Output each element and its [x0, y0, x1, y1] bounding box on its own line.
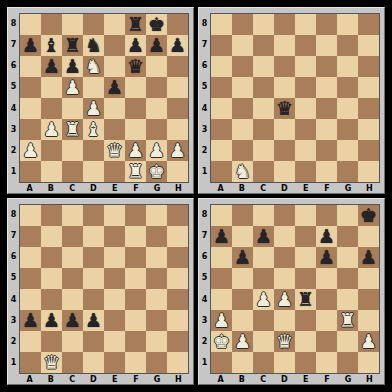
square-b5[interactable]	[41, 268, 62, 289]
square-g8[interactable]: ♚	[146, 14, 167, 35]
square-b6[interactable]	[41, 247, 62, 268]
square-c4[interactable]	[62, 289, 83, 310]
square-b3[interactable]	[232, 119, 253, 140]
square-d5[interactable]	[274, 268, 295, 289]
square-c1[interactable]	[62, 161, 83, 182]
square-a5[interactable]	[211, 268, 232, 289]
square-c5[interactable]	[253, 77, 274, 98]
white-pawn[interactable]: ♟	[358, 331, 379, 352]
square-d2[interactable]: ♛	[274, 331, 295, 352]
square-e7[interactable]	[295, 35, 316, 56]
white-knight[interactable]: ♞	[232, 161, 253, 182]
square-g6[interactable]	[146, 247, 167, 268]
square-a7[interactable]	[211, 35, 232, 56]
square-e6[interactable]	[295, 56, 316, 77]
black-pawn[interactable]: ♟	[20, 35, 41, 56]
square-g6[interactable]	[146, 56, 167, 77]
square-f7[interactable]	[316, 35, 337, 56]
square-a8[interactable]	[211, 14, 232, 35]
square-f4[interactable]	[125, 289, 146, 310]
square-e6[interactable]	[295, 247, 316, 268]
square-f4[interactable]	[316, 98, 337, 119]
square-c2[interactable]	[62, 331, 83, 352]
square-d4[interactable]	[83, 289, 104, 310]
square-b6[interactable]	[232, 56, 253, 77]
square-e5[interactable]: ♟	[104, 77, 125, 98]
white-pawn[interactable]: ♟	[253, 289, 274, 310]
black-pawn[interactable]: ♟	[316, 226, 337, 247]
square-h3[interactable]	[167, 119, 188, 140]
square-b2[interactable]	[232, 140, 253, 161]
square-b7[interactable]	[41, 226, 62, 247]
square-a1[interactable]	[211, 161, 232, 182]
square-f6[interactable]	[125, 247, 146, 268]
square-e6[interactable]	[104, 247, 125, 268]
square-g6[interactable]	[337, 56, 358, 77]
square-d7[interactable]: ♞	[83, 35, 104, 56]
square-g8[interactable]	[337, 14, 358, 35]
square-e4[interactable]	[295, 98, 316, 119]
square-d2[interactable]	[83, 331, 104, 352]
white-pawn[interactable]: ♟	[83, 98, 104, 119]
square-d7[interactable]	[274, 35, 295, 56]
square-g2[interactable]: ♟	[146, 140, 167, 161]
square-b8[interactable]	[41, 14, 62, 35]
square-f7[interactable]	[125, 226, 146, 247]
square-b4[interactable]	[41, 98, 62, 119]
square-f2[interactable]	[316, 331, 337, 352]
square-e1[interactable]	[295, 161, 316, 182]
square-c8[interactable]	[253, 205, 274, 226]
square-b2[interactable]	[41, 140, 62, 161]
square-c3[interactable]: ♟	[62, 310, 83, 331]
square-f6[interactable]	[316, 56, 337, 77]
square-a6[interactable]	[20, 247, 41, 268]
square-a2[interactable]	[211, 140, 232, 161]
black-pawn[interactable]: ♟	[20, 310, 41, 331]
white-rook[interactable]: ♜	[337, 310, 358, 331]
square-c3[interactable]	[253, 310, 274, 331]
black-pawn[interactable]: ♟	[253, 226, 274, 247]
square-f3[interactable]	[125, 119, 146, 140]
square-b7[interactable]: ♝	[41, 35, 62, 56]
square-a8[interactable]	[20, 205, 41, 226]
square-h3[interactable]	[358, 310, 379, 331]
square-a6[interactable]	[211, 247, 232, 268]
square-d8[interactable]	[83, 14, 104, 35]
square-a4[interactable]	[20, 289, 41, 310]
square-b3[interactable]	[232, 310, 253, 331]
square-b1[interactable]: ♛	[41, 352, 62, 373]
black-pawn[interactable]: ♟	[167, 35, 188, 56]
square-g8[interactable]	[146, 205, 167, 226]
square-c7[interactable]: ♜	[62, 35, 83, 56]
square-f2[interactable]: ♟	[125, 140, 146, 161]
square-d1[interactable]	[274, 161, 295, 182]
square-d1[interactable]	[83, 352, 104, 373]
square-h7[interactable]	[167, 226, 188, 247]
square-f2[interactable]	[125, 331, 146, 352]
square-g5[interactable]	[337, 77, 358, 98]
square-c5[interactable]	[62, 268, 83, 289]
white-rook[interactable]: ♜	[62, 119, 83, 140]
square-a4[interactable]	[20, 98, 41, 119]
white-queen[interactable]: ♛	[41, 352, 62, 373]
square-h4[interactable]	[358, 98, 379, 119]
square-e8[interactable]	[295, 205, 316, 226]
square-e7[interactable]	[104, 226, 125, 247]
square-d6[interactable]: ♞	[83, 56, 104, 77]
square-c8[interactable]	[62, 205, 83, 226]
square-c5[interactable]	[253, 268, 274, 289]
square-c7[interactable]	[253, 35, 274, 56]
square-a5[interactable]	[211, 77, 232, 98]
square-c6[interactable]	[253, 247, 274, 268]
square-a6[interactable]	[20, 56, 41, 77]
square-f1[interactable]	[316, 352, 337, 373]
square-e3[interactable]	[295, 310, 316, 331]
black-bishop[interactable]: ♝	[41, 35, 62, 56]
square-h8[interactable]	[167, 205, 188, 226]
square-h4[interactable]	[167, 98, 188, 119]
square-d6[interactable]	[83, 247, 104, 268]
square-h7[interactable]	[358, 226, 379, 247]
square-b1[interactable]	[232, 352, 253, 373]
white-pawn[interactable]: ♟	[20, 140, 41, 161]
square-c5[interactable]: ♟	[62, 77, 83, 98]
square-a4[interactable]	[211, 289, 232, 310]
square-f5[interactable]	[316, 268, 337, 289]
square-g1[interactable]	[146, 352, 167, 373]
square-c8[interactable]	[62, 14, 83, 35]
square-h8[interactable]	[358, 14, 379, 35]
square-b4[interactable]	[232, 98, 253, 119]
square-h5[interactable]	[358, 268, 379, 289]
square-a6[interactable]	[211, 56, 232, 77]
square-g4[interactable]	[337, 98, 358, 119]
white-pawn[interactable]: ♟	[62, 77, 83, 98]
square-b4[interactable]	[232, 289, 253, 310]
square-d8[interactable]	[83, 205, 104, 226]
square-d4[interactable]: ♟	[274, 289, 295, 310]
square-e8[interactable]	[295, 14, 316, 35]
square-b7[interactable]	[232, 226, 253, 247]
white-queen[interactable]: ♛	[104, 140, 125, 161]
white-knight[interactable]: ♞	[83, 56, 104, 77]
square-d8[interactable]	[274, 14, 295, 35]
square-b8[interactable]	[41, 205, 62, 226]
square-g2[interactable]	[146, 331, 167, 352]
square-d3[interactable]	[274, 310, 295, 331]
square-c6[interactable]	[62, 247, 83, 268]
square-e1[interactable]	[104, 161, 125, 182]
square-f7[interactable]: ♟	[316, 226, 337, 247]
square-b8[interactable]	[232, 205, 253, 226]
square-g4[interactable]	[146, 98, 167, 119]
square-f1[interactable]: ♜	[125, 161, 146, 182]
square-c3[interactable]	[253, 119, 274, 140]
white-pawn[interactable]: ♟	[41, 119, 62, 140]
square-e3[interactable]	[104, 119, 125, 140]
square-d2[interactable]	[83, 140, 104, 161]
square-a3[interactable]	[20, 119, 41, 140]
square-a3[interactable]: ♟	[211, 310, 232, 331]
square-d6[interactable]	[274, 247, 295, 268]
square-a5[interactable]	[20, 77, 41, 98]
white-pawn[interactable]: ♟	[232, 331, 253, 352]
square-a3[interactable]	[211, 119, 232, 140]
square-a2[interactable]: ♟	[20, 140, 41, 161]
square-f5[interactable]	[316, 77, 337, 98]
square-d5[interactable]	[83, 268, 104, 289]
square-c4[interactable]	[253, 98, 274, 119]
square-h2[interactable]	[167, 331, 188, 352]
square-g5[interactable]	[337, 268, 358, 289]
white-pawn[interactable]: ♟	[211, 310, 232, 331]
square-c6[interactable]: ♟	[62, 56, 83, 77]
square-g4[interactable]	[146, 289, 167, 310]
black-rook[interactable]: ♜	[62, 35, 83, 56]
square-d1[interactable]	[274, 352, 295, 373]
square-h1[interactable]	[167, 352, 188, 373]
square-h6[interactable]	[358, 56, 379, 77]
square-d5[interactable]	[274, 77, 295, 98]
square-b4[interactable]	[41, 289, 62, 310]
square-c1[interactable]	[253, 161, 274, 182]
square-b6[interactable]: ♟	[41, 56, 62, 77]
square-a4[interactable]	[211, 98, 232, 119]
square-f3[interactable]	[125, 310, 146, 331]
square-h5[interactable]	[167, 268, 188, 289]
square-e4[interactable]	[104, 289, 125, 310]
square-a1[interactable]	[211, 352, 232, 373]
square-b1[interactable]	[41, 161, 62, 182]
square-d3[interactable]: ♟	[83, 310, 104, 331]
square-f4[interactable]	[125, 98, 146, 119]
square-c2[interactable]	[253, 140, 274, 161]
square-h2[interactable]: ♟	[167, 140, 188, 161]
square-c7[interactable]	[62, 226, 83, 247]
black-king[interactable]: ♚	[146, 14, 167, 35]
square-e4[interactable]	[104, 98, 125, 119]
square-c7[interactable]: ♟	[253, 226, 274, 247]
square-a1[interactable]	[20, 161, 41, 182]
square-h1[interactable]	[167, 161, 188, 182]
square-f2[interactable]	[316, 140, 337, 161]
square-d4[interactable]: ♟	[83, 98, 104, 119]
square-f8[interactable]	[316, 205, 337, 226]
square-b5[interactable]	[232, 268, 253, 289]
square-g1[interactable]: ♚	[146, 161, 167, 182]
square-b5[interactable]	[41, 77, 62, 98]
square-g8[interactable]	[337, 205, 358, 226]
black-pawn[interactable]: ♟	[83, 310, 104, 331]
square-g7[interactable]: ♟	[146, 35, 167, 56]
square-a5[interactable]	[20, 268, 41, 289]
square-h5[interactable]	[167, 77, 188, 98]
square-a2[interactable]: ♚	[211, 331, 232, 352]
black-pawn[interactable]: ♟	[232, 247, 253, 268]
square-e1[interactable]	[295, 352, 316, 373]
black-pawn[interactable]: ♟	[358, 247, 379, 268]
black-pawn[interactable]: ♟	[211, 226, 232, 247]
square-c2[interactable]	[253, 331, 274, 352]
square-a1[interactable]	[20, 352, 41, 373]
square-h7[interactable]	[358, 35, 379, 56]
square-g2[interactable]	[337, 331, 358, 352]
black-pawn[interactable]: ♟	[62, 56, 83, 77]
square-e2[interactable]: ♛	[104, 140, 125, 161]
square-d7[interactable]	[83, 226, 104, 247]
square-e4[interactable]: ♜	[295, 289, 316, 310]
black-rook[interactable]: ♜	[125, 14, 146, 35]
white-pawn[interactable]: ♟	[167, 140, 188, 161]
square-f3[interactable]	[316, 119, 337, 140]
square-b8[interactable]	[232, 14, 253, 35]
square-b6[interactable]: ♟	[232, 247, 253, 268]
square-h2[interactable]: ♟	[358, 331, 379, 352]
square-g7[interactable]	[337, 226, 358, 247]
white-king[interactable]: ♚	[211, 331, 232, 352]
square-h6[interactable]: ♟	[358, 247, 379, 268]
square-c4[interactable]: ♟	[253, 289, 274, 310]
square-f6[interactable]: ♟	[316, 247, 337, 268]
square-b5[interactable]	[232, 77, 253, 98]
square-h2[interactable]	[358, 140, 379, 161]
white-bishop[interactable]: ♝	[83, 119, 104, 140]
square-e7[interactable]	[295, 226, 316, 247]
square-b2[interactable]	[41, 331, 62, 352]
square-c8[interactable]	[253, 14, 274, 35]
square-e8[interactable]	[104, 14, 125, 35]
square-b3[interactable]: ♟	[41, 310, 62, 331]
square-e3[interactable]	[104, 310, 125, 331]
square-a7[interactable]: ♟	[20, 35, 41, 56]
square-e1[interactable]	[104, 352, 125, 373]
square-g3[interactable]	[337, 119, 358, 140]
square-d6[interactable]	[274, 56, 295, 77]
square-d3[interactable]	[274, 119, 295, 140]
white-rook[interactable]: ♜	[125, 161, 146, 182]
square-e5[interactable]	[104, 268, 125, 289]
black-knight[interactable]: ♞	[83, 35, 104, 56]
square-h3[interactable]	[167, 310, 188, 331]
square-d8[interactable]	[274, 205, 295, 226]
black-rook[interactable]: ♜	[295, 289, 316, 310]
square-f8[interactable]	[316, 14, 337, 35]
square-b2[interactable]: ♟	[232, 331, 253, 352]
square-g5[interactable]	[146, 77, 167, 98]
square-f5[interactable]	[125, 77, 146, 98]
square-e6[interactable]	[104, 56, 125, 77]
square-e2[interactable]	[104, 331, 125, 352]
square-h8[interactable]: ♚	[358, 205, 379, 226]
square-h6[interactable]	[167, 247, 188, 268]
black-pawn[interactable]: ♟	[41, 310, 62, 331]
square-d2[interactable]	[274, 140, 295, 161]
square-f5[interactable]	[125, 268, 146, 289]
square-a8[interactable]	[211, 205, 232, 226]
square-c4[interactable]	[62, 98, 83, 119]
square-h4[interactable]	[358, 289, 379, 310]
square-h1[interactable]	[358, 161, 379, 182]
square-f8[interactable]: ♜	[125, 14, 146, 35]
square-f8[interactable]	[125, 205, 146, 226]
square-h8[interactable]	[167, 14, 188, 35]
square-g3[interactable]: ♜	[337, 310, 358, 331]
square-h4[interactable]	[167, 289, 188, 310]
square-d5[interactable]	[83, 77, 104, 98]
square-f4[interactable]	[316, 289, 337, 310]
white-pawn[interactable]: ♟	[274, 289, 295, 310]
black-queen[interactable]: ♛	[125, 56, 146, 77]
black-pawn[interactable]: ♟	[316, 247, 337, 268]
square-c6[interactable]	[253, 56, 274, 77]
square-e8[interactable]	[104, 205, 125, 226]
square-d3[interactable]: ♝	[83, 119, 104, 140]
square-g5[interactable]	[146, 268, 167, 289]
black-king[interactable]: ♚	[358, 205, 379, 226]
square-b1[interactable]: ♞	[232, 161, 253, 182]
square-c1[interactable]	[62, 352, 83, 373]
square-h5[interactable]	[358, 77, 379, 98]
black-pawn[interactable]: ♟	[62, 310, 83, 331]
square-g7[interactable]	[146, 226, 167, 247]
square-e5[interactable]	[295, 77, 316, 98]
square-h1[interactable]	[358, 352, 379, 373]
square-f6[interactable]: ♛	[125, 56, 146, 77]
square-a8[interactable]	[20, 14, 41, 35]
square-b7[interactable]	[232, 35, 253, 56]
square-f7[interactable]: ♟	[125, 35, 146, 56]
square-e2[interactable]	[295, 331, 316, 352]
square-h7[interactable]: ♟	[167, 35, 188, 56]
square-d1[interactable]	[83, 161, 104, 182]
black-pawn[interactable]: ♟	[146, 35, 167, 56]
square-g7[interactable]	[337, 35, 358, 56]
square-c1[interactable]	[253, 352, 274, 373]
square-d7[interactable]	[274, 226, 295, 247]
square-a2[interactable]	[20, 331, 41, 352]
black-queen[interactable]: ♛	[274, 98, 295, 119]
black-pawn[interactable]: ♟	[125, 35, 146, 56]
black-pawn[interactable]: ♟	[41, 56, 62, 77]
white-pawn[interactable]: ♟	[146, 140, 167, 161]
square-g4[interactable]	[337, 289, 358, 310]
square-f3[interactable]	[316, 310, 337, 331]
square-d4[interactable]: ♛	[274, 98, 295, 119]
square-a7[interactable]: ♟	[211, 226, 232, 247]
square-g3[interactable]	[146, 119, 167, 140]
black-pawn[interactable]: ♟	[104, 77, 125, 98]
square-c3[interactable]: ♜	[62, 119, 83, 140]
square-e3[interactable]	[295, 119, 316, 140]
square-c2[interactable]	[62, 140, 83, 161]
square-a7[interactable]	[20, 226, 41, 247]
white-king[interactable]: ♚	[146, 161, 167, 182]
square-f1[interactable]	[316, 161, 337, 182]
square-a3[interactable]: ♟	[20, 310, 41, 331]
square-h6[interactable]	[167, 56, 188, 77]
square-f1[interactable]	[125, 352, 146, 373]
square-g2[interactable]	[337, 140, 358, 161]
square-g1[interactable]	[337, 161, 358, 182]
square-e7[interactable]	[104, 35, 125, 56]
square-e2[interactable]	[295, 140, 316, 161]
square-g6[interactable]	[337, 247, 358, 268]
square-g3[interactable]	[146, 310, 167, 331]
white-queen[interactable]: ♛	[274, 331, 295, 352]
